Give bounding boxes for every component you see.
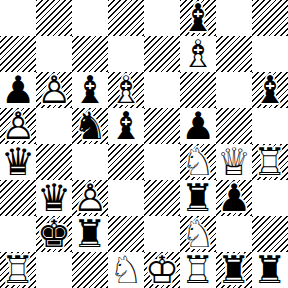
piece-white-knight: ♘ (180, 216, 216, 252)
square-c4[interactable] (72, 144, 108, 180)
white-knight-halo: ♞ (180, 216, 216, 252)
piece-black-king: ♚ (36, 216, 72, 252)
piece-white-queen: ♕ (216, 144, 252, 180)
square-d3[interactable] (108, 180, 144, 216)
square-a7[interactable] (0, 36, 36, 72)
black-rook-halo: ♜ (180, 180, 216, 216)
square-a3[interactable] (0, 180, 36, 216)
square-f1[interactable]: ♜♖ (180, 252, 216, 288)
square-g4[interactable]: ♛♕ (216, 144, 252, 180)
black-king-halo: ♚ (36, 216, 72, 252)
white-rook-halo: ♜ (252, 144, 288, 180)
square-g1[interactable]: ♜♜ (216, 252, 252, 288)
piece-black-rook: ♜ (252, 252, 288, 288)
square-c2[interactable]: ♜♜ (72, 216, 108, 252)
square-h8[interactable] (252, 0, 288, 36)
black-queen-halo: ♛ (0, 144, 36, 180)
square-c7[interactable] (72, 36, 108, 72)
square-g6[interactable] (216, 72, 252, 108)
piece-black-bishop: ♝ (108, 108, 144, 144)
square-c3[interactable]: ♟♙ (72, 180, 108, 216)
square-e6[interactable] (144, 72, 180, 108)
piece-white-bishop: ♗ (180, 36, 216, 72)
square-b5[interactable] (36, 108, 72, 144)
square-e1[interactable]: ♚♔ (144, 252, 180, 288)
square-a8[interactable] (0, 0, 36, 36)
piece-black-queen: ♛ (0, 144, 36, 180)
black-knight-halo: ♞ (72, 108, 108, 144)
square-g3[interactable]: ♟♟ (216, 180, 252, 216)
white-queen-halo: ♛ (216, 144, 252, 180)
square-b2[interactable]: ♚♚ (36, 216, 72, 252)
square-h5[interactable] (252, 108, 288, 144)
square-b4[interactable] (36, 144, 72, 180)
square-h4[interactable]: ♜♖ (252, 144, 288, 180)
white-rook-halo: ♜ (180, 252, 216, 288)
piece-black-pawn: ♟ (0, 72, 36, 108)
white-pawn-halo: ♟ (36, 72, 72, 108)
piece-white-pawn: ♙ (72, 180, 108, 216)
square-f7[interactable]: ♝♗ (180, 36, 216, 72)
square-d2[interactable] (108, 216, 144, 252)
piece-black-rook: ♜ (216, 252, 252, 288)
white-bishop-halo: ♝ (180, 36, 216, 72)
square-f3[interactable]: ♜♜ (180, 180, 216, 216)
square-g7[interactable] (216, 36, 252, 72)
square-b7[interactable] (36, 36, 72, 72)
square-f8[interactable]: ♝♝ (180, 0, 216, 36)
piece-white-king: ♔ (144, 252, 180, 288)
black-rook-halo: ♜ (252, 252, 288, 288)
square-d5[interactable]: ♝♝ (108, 108, 144, 144)
piece-black-rook: ♜ (72, 216, 108, 252)
square-b6[interactable]: ♟♙ (36, 72, 72, 108)
black-pawn-halo: ♟ (180, 108, 216, 144)
square-a1[interactable]: ♜♖ (0, 252, 36, 288)
white-king-halo: ♚ (144, 252, 180, 288)
square-h1[interactable]: ♜♜ (252, 252, 288, 288)
square-d6[interactable]: ♝♗ (108, 72, 144, 108)
black-bishop-halo: ♝ (108, 108, 144, 144)
square-d4[interactable] (108, 144, 144, 180)
piece-white-bishop: ♗ (108, 72, 144, 108)
square-c8[interactable] (72, 0, 108, 36)
square-b8[interactable] (36, 0, 72, 36)
chess-board: ♝♝♝♗♟♟♟♙♝♝♝♗♝♝♟♙♞♞♝♝♟♟♛♛♞♘♛♕♜♖♛♛♟♙♜♜♟♟♚♚… (0, 0, 288, 288)
square-f5[interactable]: ♟♟ (180, 108, 216, 144)
piece-black-bishop: ♝ (252, 72, 288, 108)
piece-black-bishop: ♝ (180, 0, 216, 36)
black-bishop-halo: ♝ (180, 0, 216, 36)
square-d8[interactable] (108, 0, 144, 36)
piece-black-bishop: ♝ (72, 72, 108, 108)
square-h3[interactable] (252, 180, 288, 216)
square-g2[interactable] (216, 216, 252, 252)
square-h2[interactable] (252, 216, 288, 252)
black-rook-halo: ♜ (72, 216, 108, 252)
white-pawn-halo: ♟ (72, 180, 108, 216)
square-c1[interactable] (72, 252, 108, 288)
square-a4[interactable]: ♛♛ (0, 144, 36, 180)
square-a2[interactable] (0, 216, 36, 252)
square-c6[interactable]: ♝♝ (72, 72, 108, 108)
square-e7[interactable] (144, 36, 180, 72)
square-d1[interactable]: ♞♘ (108, 252, 144, 288)
square-g8[interactable] (216, 0, 252, 36)
piece-black-pawn: ♟ (180, 108, 216, 144)
square-g5[interactable] (216, 108, 252, 144)
piece-black-knight: ♞ (72, 108, 108, 144)
piece-white-pawn: ♙ (36, 72, 72, 108)
square-h6[interactable]: ♝♝ (252, 72, 288, 108)
square-e4[interactable] (144, 144, 180, 180)
square-e5[interactable] (144, 108, 180, 144)
piece-black-rook: ♜ (180, 180, 216, 216)
piece-white-rook: ♖ (252, 144, 288, 180)
white-pawn-halo: ♟ (0, 108, 36, 144)
square-h7[interactable] (252, 36, 288, 72)
square-a5[interactable]: ♟♙ (0, 108, 36, 144)
square-b1[interactable] (36, 252, 72, 288)
square-a6[interactable]: ♟♟ (0, 72, 36, 108)
piece-white-rook: ♖ (180, 252, 216, 288)
black-pawn-halo: ♟ (0, 72, 36, 108)
black-bishop-halo: ♝ (72, 72, 108, 108)
square-e8[interactable] (144, 0, 180, 36)
piece-white-knight: ♘ (108, 252, 144, 288)
piece-black-pawn: ♟ (216, 180, 252, 216)
black-pawn-halo: ♟ (216, 180, 252, 216)
white-knight-halo: ♞ (108, 252, 144, 288)
black-rook-halo: ♜ (216, 252, 252, 288)
square-e3[interactable] (144, 180, 180, 216)
white-bishop-halo: ♝ (108, 72, 144, 108)
square-f6[interactable] (180, 72, 216, 108)
square-c5[interactable]: ♞♞ (72, 108, 108, 144)
white-knight-halo: ♞ (180, 144, 216, 180)
square-f4[interactable]: ♞♘ (180, 144, 216, 180)
piece-black-queen: ♛ (36, 180, 72, 216)
square-b3[interactable]: ♛♛ (36, 180, 72, 216)
black-bishop-halo: ♝ (252, 72, 288, 108)
piece-white-knight: ♘ (180, 144, 216, 180)
square-d7[interactable] (108, 36, 144, 72)
white-rook-halo: ♜ (0, 252, 36, 288)
piece-white-rook: ♖ (0, 252, 36, 288)
piece-white-pawn: ♙ (0, 108, 36, 144)
square-f2[interactable]: ♞♘ (180, 216, 216, 252)
square-e2[interactable] (144, 216, 180, 252)
black-queen-halo: ♛ (36, 180, 72, 216)
